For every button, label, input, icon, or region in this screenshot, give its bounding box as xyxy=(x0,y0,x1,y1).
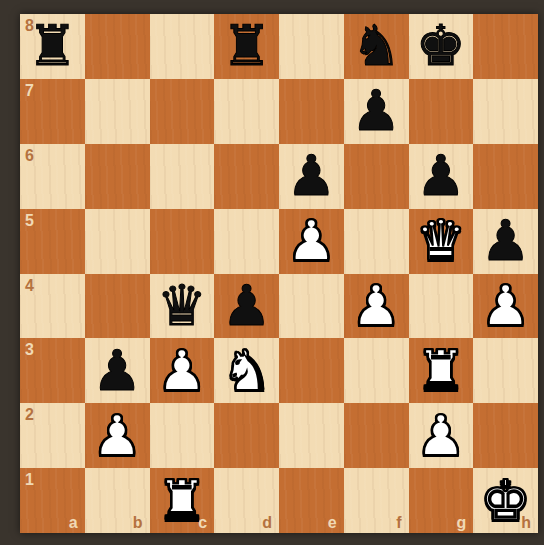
square-h1[interactable]: h♚ xyxy=(473,468,538,533)
square-b7[interactable] xyxy=(85,79,150,144)
white-queen-g5[interactable]: ♛ xyxy=(409,209,474,274)
white-pawn-e5[interactable]: ♟ xyxy=(279,209,344,274)
white-pawn-h4[interactable]: ♟ xyxy=(473,274,538,339)
square-a3[interactable]: 3 xyxy=(20,338,85,403)
square-h2[interactable] xyxy=(473,403,538,468)
square-d7[interactable] xyxy=(214,79,279,144)
white-pawn-f4[interactable]: ♟ xyxy=(344,274,409,339)
square-f2[interactable] xyxy=(344,403,409,468)
black-pawn-f7[interactable]: ♟ xyxy=(344,79,409,144)
file-label-f: f xyxy=(396,514,401,532)
square-c5[interactable] xyxy=(150,209,215,274)
square-a4[interactable]: 4 xyxy=(20,274,85,339)
square-d8[interactable]: ♜ xyxy=(214,14,279,79)
white-king-h1[interactable]: ♚ xyxy=(473,468,538,533)
black-pawn-g6[interactable]: ♟ xyxy=(409,144,474,209)
square-g4[interactable] xyxy=(409,274,474,339)
square-a1[interactable]: 1a xyxy=(20,468,85,533)
square-a5[interactable]: 5 xyxy=(20,209,85,274)
file-label-d: d xyxy=(262,514,272,532)
square-d5[interactable] xyxy=(214,209,279,274)
white-rook-g3[interactable]: ♜ xyxy=(409,338,474,403)
file-label-e: e xyxy=(328,514,337,532)
square-d6[interactable] xyxy=(214,144,279,209)
rank-label-7: 7 xyxy=(25,82,34,100)
square-h8[interactable] xyxy=(473,14,538,79)
white-pawn-b2[interactable]: ♟ xyxy=(85,403,150,468)
black-pawn-d4[interactable]: ♟ xyxy=(214,274,279,339)
square-b4[interactable] xyxy=(85,274,150,339)
black-rook-d8[interactable]: ♜ xyxy=(214,14,279,79)
black-rook-a8[interactable]: ♜ xyxy=(20,14,85,79)
black-pawn-h5[interactable]: ♟ xyxy=(473,209,538,274)
square-a8[interactable]: 8♜ xyxy=(20,14,85,79)
black-queen-c4[interactable]: ♛ xyxy=(150,274,215,339)
square-a2[interactable]: 2 xyxy=(20,403,85,468)
square-e1[interactable]: e xyxy=(279,468,344,533)
square-g1[interactable]: g xyxy=(409,468,474,533)
rank-label-2: 2 xyxy=(25,406,34,424)
white-pawn-c3[interactable]: ♟ xyxy=(150,338,215,403)
square-e8[interactable] xyxy=(279,14,344,79)
square-f1[interactable]: f xyxy=(344,468,409,533)
square-c4[interactable]: ♛ xyxy=(150,274,215,339)
square-h6[interactable] xyxy=(473,144,538,209)
square-f5[interactable] xyxy=(344,209,409,274)
square-c1[interactable]: c♜ xyxy=(150,468,215,533)
square-h7[interactable] xyxy=(473,79,538,144)
square-b6[interactable] xyxy=(85,144,150,209)
square-c8[interactable] xyxy=(150,14,215,79)
square-f3[interactable] xyxy=(344,338,409,403)
black-pawn-e6[interactable]: ♟ xyxy=(279,144,344,209)
square-c7[interactable] xyxy=(150,79,215,144)
file-label-g: g xyxy=(456,514,466,532)
square-f4[interactable]: ♟ xyxy=(344,274,409,339)
square-h4[interactable]: ♟ xyxy=(473,274,538,339)
square-e7[interactable] xyxy=(279,79,344,144)
square-e5[interactable]: ♟ xyxy=(279,209,344,274)
rank-label-1: 1 xyxy=(25,471,34,489)
square-d2[interactable] xyxy=(214,403,279,468)
square-g5[interactable]: ♛ xyxy=(409,209,474,274)
square-c6[interactable] xyxy=(150,144,215,209)
square-h3[interactable] xyxy=(473,338,538,403)
square-g2[interactable]: ♟ xyxy=(409,403,474,468)
rank-label-3: 3 xyxy=(25,341,34,359)
board-frame: 8♜♜♞♚7♟6♟♟5♟♛♟4♛♟♟♟3♟♟♞♜2♟♟1abc♜defgh♚ xyxy=(0,0,544,545)
square-g6[interactable]: ♟ xyxy=(409,144,474,209)
square-b5[interactable] xyxy=(85,209,150,274)
square-g7[interactable] xyxy=(409,79,474,144)
square-d1[interactable]: d xyxy=(214,468,279,533)
square-d3[interactable]: ♞ xyxy=(214,338,279,403)
square-b1[interactable]: b xyxy=(85,468,150,533)
square-a7[interactable]: 7 xyxy=(20,79,85,144)
square-a6[interactable]: 6 xyxy=(20,144,85,209)
white-rook-c1[interactable]: ♜ xyxy=(150,468,215,533)
black-pawn-b3[interactable]: ♟ xyxy=(85,338,150,403)
square-f8[interactable]: ♞ xyxy=(344,14,409,79)
file-label-b: b xyxy=(133,514,143,532)
square-e3[interactable] xyxy=(279,338,344,403)
rank-label-5: 5 xyxy=(25,212,34,230)
square-g3[interactable]: ♜ xyxy=(409,338,474,403)
file-label-a: a xyxy=(69,514,78,532)
square-h5[interactable]: ♟ xyxy=(473,209,538,274)
square-g8[interactable]: ♚ xyxy=(409,14,474,79)
rank-label-6: 6 xyxy=(25,147,34,165)
chess-board: 8♜♜♞♚7♟6♟♟5♟♛♟4♛♟♟♟3♟♟♞♜2♟♟1abc♜defgh♚ xyxy=(20,14,538,533)
square-b2[interactable]: ♟ xyxy=(85,403,150,468)
square-e4[interactable] xyxy=(279,274,344,339)
square-c3[interactable]: ♟ xyxy=(150,338,215,403)
white-pawn-g2[interactable]: ♟ xyxy=(409,403,474,468)
square-b8[interactable] xyxy=(85,14,150,79)
white-knight-d3[interactable]: ♞ xyxy=(214,338,279,403)
rank-label-4: 4 xyxy=(25,277,34,295)
square-d4[interactable]: ♟ xyxy=(214,274,279,339)
square-f6[interactable] xyxy=(344,144,409,209)
square-f7[interactable]: ♟ xyxy=(344,79,409,144)
square-e6[interactable]: ♟ xyxy=(279,144,344,209)
square-b3[interactable]: ♟ xyxy=(85,338,150,403)
black-king-g8[interactable]: ♚ xyxy=(409,14,474,79)
square-c2[interactable] xyxy=(150,403,215,468)
square-e2[interactable] xyxy=(279,403,344,468)
black-knight-f8[interactable]: ♞ xyxy=(344,14,409,79)
